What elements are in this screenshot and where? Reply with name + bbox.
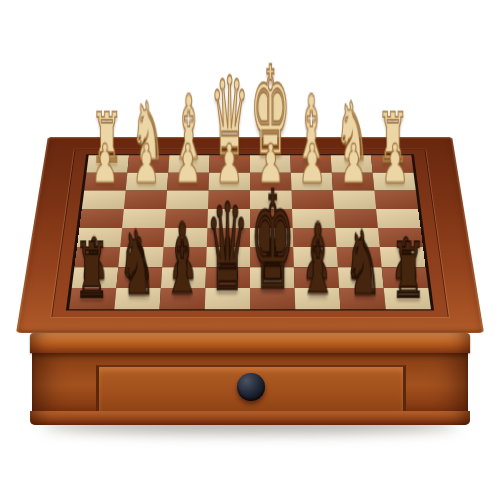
square-e4	[207, 209, 250, 228]
square-h7: ♟	[72, 267, 119, 288]
square-a1: ♜	[371, 155, 414, 172]
square-d7: ♟	[250, 267, 295, 288]
piece-white-queen: ♛	[210, 63, 249, 172]
box-face	[32, 353, 468, 411]
drawer-knob	[237, 373, 265, 401]
square-b1: ♞	[331, 155, 373, 172]
piece-white-bishop: ♝	[172, 84, 206, 172]
square-f7: ♟	[161, 267, 206, 288]
square-b4	[334, 209, 378, 228]
piece-white-knight: ♞	[335, 92, 369, 172]
piece-white-king: ♚	[250, 50, 291, 172]
square-b8: ♞	[339, 288, 386, 309]
square-a5	[378, 228, 423, 247]
board-inner-panel: ♜♞♝♛♚♝♞♜♟♟♟♟♟♟♟♟♟♟♟♟♟♟♟♟♜♞♝♛♚♝♞♜	[51, 149, 449, 317]
square-g6	[118, 247, 163, 267]
square-d5	[250, 228, 293, 247]
square-a8: ♜	[384, 288, 431, 309]
square-d8: ♚	[250, 288, 295, 309]
square-c6	[293, 247, 338, 267]
board-grid: ♜♞♝♛♚♝♞♜♟♟♟♟♟♟♟♟♟♟♟♟♟♟♟♟♜♞♝♛♚♝♞♜	[69, 155, 431, 309]
square-c7: ♟	[294, 267, 339, 288]
board-edge-molding	[30, 333, 470, 353]
square-e1: ♛	[209, 155, 250, 172]
piece-white-rook: ♜	[377, 103, 409, 172]
square-e6	[206, 247, 250, 267]
square-e8: ♛	[205, 288, 250, 309]
square-b6	[337, 247, 382, 267]
square-e5	[207, 228, 250, 247]
square-d4	[250, 209, 293, 228]
square-c1: ♝	[290, 155, 331, 172]
base-molding	[30, 411, 470, 425]
chess-set-product-photo: ♜♞♝♛♚♝♞♜♟♟♟♟♟♟♟♟♟♟♟♟♟♟♟♟♜♞♝♛♚♝♞♜	[0, 0, 500, 500]
square-b7: ♟	[338, 267, 384, 288]
storage-box-front	[30, 333, 470, 425]
square-d6	[250, 247, 294, 267]
square-a6	[380, 247, 426, 267]
square-g8: ♞	[114, 288, 161, 309]
square-h8: ♜	[69, 288, 116, 309]
square-h1: ♜	[86, 155, 129, 172]
square-h2: ♟	[84, 173, 127, 191]
square-f6	[162, 247, 207, 267]
square-a7: ♟	[382, 267, 429, 288]
square-g2: ♟	[126, 173, 169, 191]
square-c8: ♝	[295, 288, 341, 309]
square-g5	[120, 228, 165, 247]
square-e2: ♟	[209, 173, 250, 191]
square-c5	[293, 228, 337, 247]
square-g3	[124, 191, 167, 209]
square-c4	[292, 209, 335, 228]
square-a3	[374, 191, 418, 209]
square-g1: ♞	[127, 155, 169, 172]
square-a4	[376, 209, 420, 228]
piece-white-knight: ♞	[131, 92, 165, 172]
square-f4	[165, 209, 208, 228]
chess-board: ♜♞♝♛♚♝♞♜♟♟♟♟♟♟♟♟♟♟♟♟♟♟♟♟♜♞♝♛♚♝♞♜	[16, 137, 484, 333]
piece-white-bishop: ♝	[294, 84, 328, 172]
square-h3	[82, 191, 126, 209]
square-e7: ♟	[205, 267, 250, 288]
piece-white-rook: ♜	[91, 103, 123, 172]
square-h4	[79, 209, 123, 228]
square-f8: ♝	[160, 288, 206, 309]
square-f3	[166, 191, 209, 209]
square-d3	[250, 191, 292, 209]
square-d1: ♚	[250, 155, 291, 172]
square-f2: ♟	[167, 173, 209, 191]
square-h6	[74, 247, 120, 267]
board-border-line: ♜♞♝♛♚♝♞♜♟♟♟♟♟♟♟♟♟♟♟♟♟♟♟♟♜♞♝♛♚♝♞♜	[66, 154, 434, 310]
board-frame: ♜♞♝♛♚♝♞♜♟♟♟♟♟♟♟♟♟♟♟♟♟♟♟♟♜♞♝♛♚♝♞♜	[16, 137, 484, 333]
square-b3	[333, 191, 376, 209]
square-d2: ♟	[250, 173, 291, 191]
square-c3	[291, 191, 334, 209]
square-b5	[335, 228, 380, 247]
drawer-front	[96, 365, 406, 411]
square-f5	[163, 228, 207, 247]
square-c2: ♟	[291, 173, 333, 191]
square-g4	[122, 209, 166, 228]
square-h5	[77, 228, 122, 247]
square-b2: ♟	[332, 173, 375, 191]
square-g7: ♟	[116, 267, 162, 288]
square-e3	[208, 191, 250, 209]
square-f1: ♝	[168, 155, 209, 172]
square-a2: ♟	[373, 173, 416, 191]
